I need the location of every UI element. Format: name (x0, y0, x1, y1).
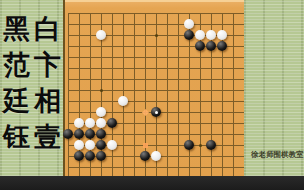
stone (96, 129, 106, 139)
stone (217, 30, 227, 40)
stone (85, 118, 95, 128)
stone (184, 30, 194, 40)
stone (96, 118, 106, 128)
last-move-stone (151, 107, 161, 117)
board-reference-dot (100, 89, 103, 92)
stone (74, 118, 84, 128)
black-name-char-1: 范 (3, 51, 30, 79)
black-label: 黑 (3, 15, 30, 43)
stone (118, 96, 128, 106)
white-name-char-1: 卞 (34, 51, 61, 79)
stone (85, 129, 95, 139)
board-reference-dot (199, 144, 202, 147)
watermark-text: 徐老师围棋教室 (251, 150, 304, 160)
right-panel: 徐老师围棋教室 (244, 0, 304, 176)
stone (195, 30, 205, 40)
stone (63, 129, 73, 139)
stone (96, 30, 106, 40)
board-reference-dot (155, 34, 158, 37)
stone (151, 151, 161, 161)
stone (74, 129, 84, 139)
white-name-char-3: 壹 (34, 123, 61, 151)
stone (195, 41, 205, 51)
stone (96, 107, 106, 117)
stone (96, 151, 106, 161)
stone (206, 140, 216, 150)
white-player-name-column: 白 卞 相 壹 (32, 15, 63, 151)
video-frame: 黑 范 廷 钰 白 卞 相 壹 徐老师围棋教室 (0, 0, 304, 190)
white-name-char-2: 相 (34, 87, 61, 115)
stone (107, 118, 117, 128)
stone (74, 151, 84, 161)
stone (184, 140, 194, 150)
white-label: 白 (34, 15, 61, 43)
black-name-char-3: 钰 (3, 123, 30, 151)
last-move-marker-icon (155, 111, 158, 114)
stone (85, 151, 95, 161)
stone (206, 41, 216, 51)
stone (206, 30, 216, 40)
stone (74, 140, 84, 150)
stone (96, 140, 106, 150)
left-player-panel: 黑 范 廷 钰 白 卞 相 壹 (0, 0, 63, 176)
video-control-bar (0, 176, 304, 190)
stone (217, 41, 227, 51)
stone (107, 140, 117, 150)
go-board[interactable] (63, 0, 244, 176)
black-player-name-column: 黑 范 廷 钰 (1, 15, 32, 151)
stone (140, 151, 150, 161)
stone (85, 140, 95, 150)
black-name-char-2: 廷 (3, 87, 30, 115)
annotation-square-marker (143, 143, 148, 148)
stone (184, 19, 194, 29)
